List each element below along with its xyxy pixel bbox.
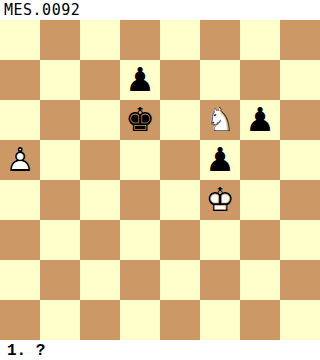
black-pawn[interactable]: ♟ [200,140,240,180]
square-b8[interactable] [40,20,80,60]
square-d7[interactable]: ♟ [120,60,160,100]
square-e5[interactable] [160,140,200,180]
square-d8[interactable] [120,20,160,60]
chess-puzzle-page: MES.0092 ♟♚♞♘♟♟♙♟♚♔ 1. ? [0,0,320,360]
square-e2[interactable] [160,260,200,300]
square-f6[interactable]: ♞♘ [200,100,240,140]
chess-board: ♟♚♞♘♟♟♙♟♚♔ [0,20,320,340]
square-a3[interactable] [0,220,40,260]
square-g5[interactable] [240,140,280,180]
square-a8[interactable] [0,20,40,60]
square-g1[interactable] [240,300,280,340]
black-king[interactable]: ♚ [120,100,160,140]
square-a4[interactable] [0,180,40,220]
black-pawn[interactable]: ♟ [240,100,280,140]
square-b4[interactable] [40,180,80,220]
square-d1[interactable] [120,300,160,340]
square-c5[interactable] [80,140,120,180]
square-d5[interactable] [120,140,160,180]
square-h3[interactable] [280,220,320,260]
square-e1[interactable] [160,300,200,340]
square-f2[interactable] [200,260,240,300]
white-knight[interactable]: ♞♘ [200,100,240,140]
square-a1[interactable] [0,300,40,340]
white-king[interactable]: ♚♔ [200,180,240,220]
square-a5[interactable]: ♟♙ [0,140,40,180]
square-d6[interactable]: ♚ [120,100,160,140]
square-e7[interactable] [160,60,200,100]
square-e8[interactable] [160,20,200,60]
square-c3[interactable] [80,220,120,260]
square-c7[interactable] [80,60,120,100]
move-prompt: 1. ? [0,340,320,360]
square-c2[interactable] [80,260,120,300]
square-f7[interactable] [200,60,240,100]
square-d4[interactable] [120,180,160,220]
square-e4[interactable] [160,180,200,220]
square-g3[interactable] [240,220,280,260]
square-g2[interactable] [240,260,280,300]
square-a6[interactable] [0,100,40,140]
square-h2[interactable] [280,260,320,300]
square-b2[interactable] [40,260,80,300]
white-pawn[interactable]: ♟♙ [0,140,40,180]
square-e6[interactable] [160,100,200,140]
puzzle-title: MES.0092 [0,0,320,20]
square-f8[interactable] [200,20,240,60]
square-a2[interactable] [0,260,40,300]
square-d3[interactable] [120,220,160,260]
square-b1[interactable] [40,300,80,340]
square-g7[interactable] [240,60,280,100]
square-e3[interactable] [160,220,200,260]
square-h7[interactable] [280,60,320,100]
square-f4[interactable]: ♚♔ [200,180,240,220]
square-f1[interactable] [200,300,240,340]
square-b6[interactable] [40,100,80,140]
square-d2[interactable] [120,260,160,300]
piece-glyph: ♟ [200,140,240,180]
square-c4[interactable] [80,180,120,220]
square-h1[interactable] [280,300,320,340]
square-b7[interactable] [40,60,80,100]
piece-glyph: ♟ [240,100,280,140]
piece-glyph: ♟ [120,60,160,100]
square-c8[interactable] [80,20,120,60]
black-pawn[interactable]: ♟ [120,60,160,100]
piece-glyph: ♙ [0,140,40,180]
square-c1[interactable] [80,300,120,340]
square-f3[interactable] [200,220,240,260]
piece-glyph: ♘ [200,100,240,140]
square-h5[interactable] [280,140,320,180]
square-b5[interactable] [40,140,80,180]
square-g8[interactable] [240,20,280,60]
square-h8[interactable] [280,20,320,60]
square-g6[interactable]: ♟ [240,100,280,140]
square-f5[interactable]: ♟ [200,140,240,180]
square-g4[interactable] [240,180,280,220]
square-h4[interactable] [280,180,320,220]
piece-glyph: ♚ [120,100,160,140]
square-a7[interactable] [0,60,40,100]
piece-glyph: ♔ [200,180,240,220]
square-h6[interactable] [280,100,320,140]
square-c6[interactable] [80,100,120,140]
square-b3[interactable] [40,220,80,260]
